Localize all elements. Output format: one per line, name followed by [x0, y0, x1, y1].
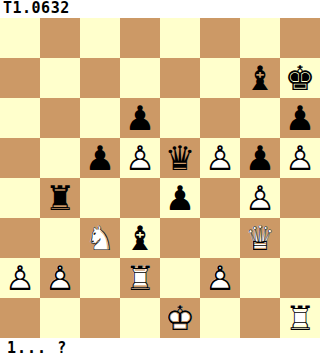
square-c2[interactable] [80, 258, 120, 298]
piece-outline-layer: ♘ [80, 218, 120, 258]
square-f6[interactable] [200, 98, 240, 138]
piece-black-bishop[interactable]: ♝ [240, 58, 280, 98]
square-c1[interactable] [80, 298, 120, 338]
square-f1[interactable] [200, 298, 240, 338]
piece-white-rook[interactable]: ♜♖ [120, 258, 160, 298]
square-h6[interactable]: ♟ [280, 98, 320, 138]
piece-white-pawn[interactable]: ♟♙ [240, 178, 280, 218]
piece-white-pawn[interactable]: ♟♙ [200, 258, 240, 298]
square-f8[interactable] [200, 18, 240, 58]
square-b4[interactable]: ♜ [40, 178, 80, 218]
square-e7[interactable] [160, 58, 200, 98]
square-g7[interactable]: ♝ [240, 58, 280, 98]
piece-black-pawn[interactable]: ♟ [120, 98, 160, 138]
square-e2[interactable] [160, 258, 200, 298]
square-a4[interactable] [0, 178, 40, 218]
square-d1[interactable] [120, 298, 160, 338]
square-h5[interactable]: ♟♙ [280, 138, 320, 178]
piece-outline-layer: ♔ [160, 298, 200, 338]
square-g1[interactable] [240, 298, 280, 338]
square-b5[interactable] [40, 138, 80, 178]
square-d8[interactable] [120, 18, 160, 58]
square-a2[interactable]: ♟♙ [0, 258, 40, 298]
piece-white-pawn[interactable]: ♟♙ [40, 258, 80, 298]
piece-black-pawn[interactable]: ♟ [280, 98, 320, 138]
piece-white-pawn[interactable]: ♟♙ [120, 138, 160, 178]
piece-outline-layer: ♙ [120, 138, 160, 178]
square-h8[interactable] [280, 18, 320, 58]
square-h3[interactable] [280, 218, 320, 258]
square-e5[interactable]: ♛ [160, 138, 200, 178]
square-e3[interactable] [160, 218, 200, 258]
square-a7[interactable] [0, 58, 40, 98]
piece-outline-layer: ♕ [240, 218, 280, 258]
square-f3[interactable] [200, 218, 240, 258]
square-g5[interactable]: ♟ [240, 138, 280, 178]
piece-black-bishop[interactable]: ♝ [120, 218, 160, 258]
square-a8[interactable] [0, 18, 40, 58]
square-f5[interactable]: ♟♙ [200, 138, 240, 178]
square-a5[interactable] [0, 138, 40, 178]
piece-outline-layer: ♙ [240, 178, 280, 218]
square-f4[interactable] [200, 178, 240, 218]
puzzle-title: T1.0632 [0, 0, 320, 18]
piece-white-rook[interactable]: ♜♖ [280, 298, 320, 338]
square-d7[interactable] [120, 58, 160, 98]
square-f2[interactable]: ♟♙ [200, 258, 240, 298]
square-b6[interactable] [40, 98, 80, 138]
square-g6[interactable] [240, 98, 280, 138]
piece-white-pawn[interactable]: ♟♙ [200, 138, 240, 178]
piece-black-rook[interactable]: ♜ [40, 178, 80, 218]
square-d6[interactable]: ♟ [120, 98, 160, 138]
square-h7[interactable]: ♚ [280, 58, 320, 98]
piece-white-pawn[interactable]: ♟♙ [0, 258, 40, 298]
square-d2[interactable]: ♜♖ [120, 258, 160, 298]
square-g3[interactable]: ♛♕ [240, 218, 280, 258]
piece-white-pawn[interactable]: ♟♙ [280, 138, 320, 178]
chess-board[interactable]: ♝♚♟♟♟♟♙♛♟♙♟♟♙♜♟♟♙♞♘♝♛♕♟♙♟♙♜♖♟♙♚♔♜♖ [0, 18, 320, 338]
piece-outline-layer: ♖ [120, 258, 160, 298]
piece-white-queen[interactable]: ♛♕ [240, 218, 280, 258]
square-g8[interactable] [240, 18, 280, 58]
square-h2[interactable] [280, 258, 320, 298]
square-a3[interactable] [0, 218, 40, 258]
square-c5[interactable]: ♟ [80, 138, 120, 178]
square-c3[interactable]: ♞♘ [80, 218, 120, 258]
square-h1[interactable]: ♜♖ [280, 298, 320, 338]
square-b3[interactable] [40, 218, 80, 258]
square-g4[interactable]: ♟♙ [240, 178, 280, 218]
square-e6[interactable] [160, 98, 200, 138]
square-d4[interactable] [120, 178, 160, 218]
piece-black-pawn[interactable]: ♟ [160, 178, 200, 218]
square-e1[interactable]: ♚♔ [160, 298, 200, 338]
piece-outline-layer: ♙ [40, 258, 80, 298]
piece-outline-layer: ♙ [280, 138, 320, 178]
piece-black-pawn[interactable]: ♟ [240, 138, 280, 178]
square-c4[interactable] [80, 178, 120, 218]
piece-black-queen[interactable]: ♛ [160, 138, 200, 178]
square-h4[interactable] [280, 178, 320, 218]
square-b7[interactable] [40, 58, 80, 98]
piece-white-knight[interactable]: ♞♘ [80, 218, 120, 258]
chess-puzzle-diagram: T1.0632 ♝♚♟♟♟♟♙♛♟♙♟♟♙♜♟♟♙♞♘♝♛♕♟♙♟♙♜♖♟♙♚♔… [0, 0, 320, 360]
piece-white-king[interactable]: ♚♔ [160, 298, 200, 338]
piece-black-pawn[interactable]: ♟ [80, 138, 120, 178]
piece-outline-layer: ♙ [200, 138, 240, 178]
square-e4[interactable]: ♟ [160, 178, 200, 218]
square-c7[interactable] [80, 58, 120, 98]
square-b1[interactable] [40, 298, 80, 338]
piece-black-king[interactable]: ♚ [280, 58, 320, 98]
piece-outline-layer: ♖ [280, 298, 320, 338]
square-d5[interactable]: ♟♙ [120, 138, 160, 178]
square-b2[interactable]: ♟♙ [40, 258, 80, 298]
square-a1[interactable] [0, 298, 40, 338]
square-a6[interactable] [0, 98, 40, 138]
square-f7[interactable] [200, 58, 240, 98]
square-c6[interactable] [80, 98, 120, 138]
square-e8[interactable] [160, 18, 200, 58]
move-prompt: 1... ? [0, 338, 320, 360]
square-g2[interactable] [240, 258, 280, 298]
piece-outline-layer: ♙ [200, 258, 240, 298]
square-c8[interactable] [80, 18, 120, 58]
piece-outline-layer: ♙ [0, 258, 40, 298]
square-b8[interactable] [40, 18, 80, 58]
square-d3[interactable]: ♝ [120, 218, 160, 258]
